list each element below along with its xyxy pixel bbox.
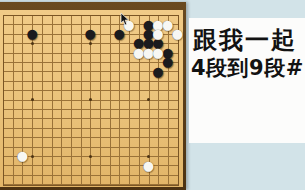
stone-grid: ●●●●●●●●●●●●●●●●●●●●● bbox=[0, 10, 182, 188]
stone-black-S14: ● bbox=[163, 57, 173, 66]
stone-black-S15: ● bbox=[163, 48, 173, 57]
stone-black-Q17: ● bbox=[143, 29, 153, 38]
go-board: ●●●●●●●●●●●●●●●●●●●●● bbox=[0, 2, 186, 190]
stone-white-P15: ● bbox=[134, 48, 144, 57]
go-board-surface[interactable]: ●●●●●●●●●●●●●●●●●●●●● bbox=[0, 10, 183, 187]
caption-line-1: 跟我一起 bbox=[193, 24, 303, 56]
stone-white-R15: ● bbox=[153, 48, 163, 57]
stone-white-Q3: ● bbox=[143, 161, 153, 170]
stone-black-D17: ● bbox=[27, 29, 37, 38]
thumbnail-stage: ●●●●●●●●●●●●●●●●●●●●● 跟我一起 4段到9段# bbox=[0, 0, 305, 190]
caption-panel: 跟我一起 4段到9段# bbox=[189, 18, 305, 143]
mouse-cursor-icon bbox=[120, 13, 130, 26]
stone-black-P16: ● bbox=[134, 38, 144, 47]
stone-white-Q15: ● bbox=[143, 48, 153, 57]
stone-white-R17: ● bbox=[153, 29, 163, 38]
stone-black-R13: ● bbox=[153, 67, 163, 76]
stone-white-R18: ● bbox=[153, 20, 163, 29]
caption-line-2: 4段到9段# bbox=[191, 54, 305, 82]
stone-black-Q18: ● bbox=[143, 20, 153, 29]
stone-black-Q16: ● bbox=[143, 38, 153, 47]
stone-white-S18: ● bbox=[163, 20, 173, 29]
stone-black-K17: ● bbox=[85, 29, 95, 38]
stone-black-R16: ● bbox=[153, 38, 163, 47]
stone-white-T17: ● bbox=[173, 29, 183, 38]
stone-white-C4: ● bbox=[18, 151, 28, 160]
stone-black-N17: ● bbox=[114, 29, 124, 38]
